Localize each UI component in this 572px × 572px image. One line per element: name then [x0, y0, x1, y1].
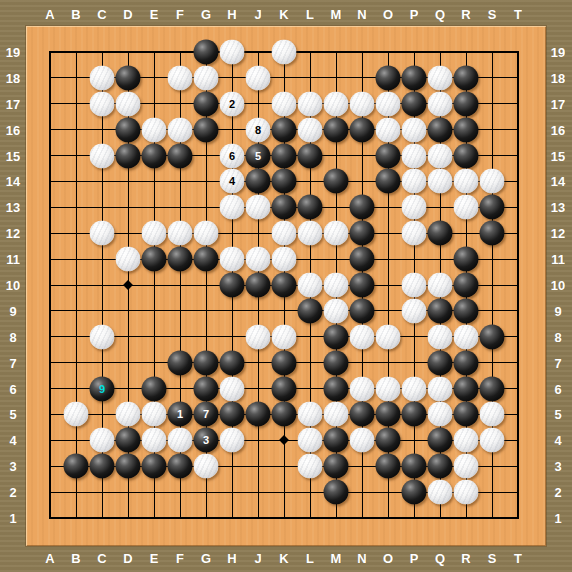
stone-black-O3[interactable]: [376, 454, 401, 479]
stone-white-Q6[interactable]: [428, 376, 453, 401]
move-number-3: 3: [203, 435, 209, 446]
stone-white-Q14[interactable]: [428, 169, 453, 194]
board-frame: AABBCCDDEEFFGGHHJJKKLLMMNNOOPPQQRRSSTT19…: [0, 0, 572, 572]
stone-white-S5[interactable]: [480, 402, 505, 427]
stone-white-K8[interactable]: [272, 324, 297, 349]
stone-black-F5[interactable]: 1: [168, 402, 193, 427]
coord-label-left-12: 12: [6, 227, 20, 240]
stone-black-O5[interactable]: [376, 402, 401, 427]
coord-label-top-B: B: [71, 8, 80, 21]
stone-black-R9[interactable]: [454, 298, 479, 323]
coord-label-bottom-P: P: [410, 552, 419, 565]
coord-label-bottom-T: T: [514, 552, 522, 565]
stone-white-H19[interactable]: [220, 40, 245, 65]
coord-label-bottom-F: F: [176, 552, 184, 565]
coord-label-right-18: 18: [551, 71, 565, 84]
coord-label-right-2: 2: [554, 486, 561, 499]
stone-white-O16[interactable]: [376, 117, 401, 142]
move-number-1: 1: [177, 409, 183, 420]
coord-label-right-4: 4: [554, 434, 561, 447]
coord-label-bottom-Q: Q: [435, 552, 445, 565]
stone-black-E15[interactable]: [142, 143, 167, 168]
stone-black-R11[interactable]: [454, 247, 479, 272]
coord-label-bottom-B: B: [71, 552, 80, 565]
stone-white-M5[interactable]: [324, 402, 349, 427]
stone-black-E11[interactable]: [142, 247, 167, 272]
stone-white-P12[interactable]: [402, 221, 427, 246]
coord-label-bottom-S: S: [488, 552, 497, 565]
stone-black-G16[interactable]: [194, 117, 219, 142]
stone-white-C15[interactable]: [90, 143, 115, 168]
stone-white-F16[interactable]: [168, 117, 193, 142]
stone-white-C18[interactable]: [90, 65, 115, 90]
stone-black-G7[interactable]: [194, 350, 219, 375]
stone-white-Q15[interactable]: [428, 143, 453, 168]
stone-white-L16[interactable]: [298, 117, 323, 142]
move-number-7: 7: [203, 409, 209, 420]
stone-white-R4[interactable]: [454, 428, 479, 453]
stone-black-R6[interactable]: [454, 376, 479, 401]
coord-label-bottom-K: K: [279, 552, 288, 565]
stone-white-L12[interactable]: [298, 221, 323, 246]
stone-white-L5[interactable]: [298, 402, 323, 427]
stone-black-P17[interactable]: [402, 91, 427, 116]
stone-white-B5[interactable]: [64, 402, 89, 427]
coord-label-right-8: 8: [554, 330, 561, 343]
stone-black-N16[interactable]: [350, 117, 375, 142]
coord-label-left-15: 15: [6, 149, 20, 162]
stone-white-N17[interactable]: [350, 91, 375, 116]
stone-black-O18[interactable]: [376, 65, 401, 90]
coord-label-top-G: G: [201, 8, 211, 21]
stone-white-M12[interactable]: [324, 221, 349, 246]
stone-black-N12[interactable]: [350, 221, 375, 246]
coord-label-right-1: 1: [554, 512, 561, 525]
coord-label-top-N: N: [357, 8, 366, 21]
coord-label-bottom-N: N: [357, 552, 366, 565]
stone-black-N5[interactable]: [350, 402, 375, 427]
coord-label-right-15: 15: [551, 149, 565, 162]
stone-white-M10[interactable]: [324, 273, 349, 298]
stone-white-G12[interactable]: [194, 221, 219, 246]
coord-label-bottom-D: D: [123, 552, 132, 565]
stone-black-S12[interactable]: [480, 221, 505, 246]
coord-label-top-S: S: [488, 8, 497, 21]
stone-black-G11[interactable]: [194, 247, 219, 272]
stone-black-Q16[interactable]: [428, 117, 453, 142]
stone-black-Q12[interactable]: [428, 221, 453, 246]
coord-label-left-19: 19: [6, 46, 20, 59]
stone-white-M9[interactable]: [324, 298, 349, 323]
coord-label-left-4: 4: [9, 434, 16, 447]
coord-label-top-H: H: [227, 8, 236, 21]
grid-hline: [49, 517, 519, 519]
coord-label-top-P: P: [410, 8, 419, 21]
stone-black-P3[interactable]: [402, 454, 427, 479]
stone-black-R15[interactable]: [454, 143, 479, 168]
stone-white-S14[interactable]: [480, 169, 505, 194]
stone-white-C17[interactable]: [90, 91, 115, 116]
stone-white-M17[interactable]: [324, 91, 349, 116]
stone-white-H17[interactable]: 2: [220, 91, 245, 116]
coord-label-left-6: 6: [9, 382, 16, 395]
coord-label-top-E: E: [150, 8, 159, 21]
coord-label-left-3: 3: [9, 460, 16, 473]
coord-label-left-16: 16: [6, 123, 20, 136]
coord-label-bottom-H: H: [227, 552, 236, 565]
stone-white-N6[interactable]: [350, 376, 375, 401]
coord-label-bottom-R: R: [461, 552, 470, 565]
coord-label-right-7: 7: [554, 356, 561, 369]
stone-white-H4[interactable]: [220, 428, 245, 453]
stone-white-H13[interactable]: [220, 195, 245, 220]
coord-label-bottom-E: E: [150, 552, 159, 565]
stone-black-J5[interactable]: [246, 402, 271, 427]
stone-black-E3[interactable]: [142, 454, 167, 479]
stone-black-G6[interactable]: [194, 376, 219, 401]
stone-white-O8[interactable]: [376, 324, 401, 349]
stone-white-P13[interactable]: [402, 195, 427, 220]
stone-black-M8[interactable]: [324, 324, 349, 349]
stone-black-M3[interactable]: [324, 454, 349, 479]
stone-black-R10[interactable]: [454, 273, 479, 298]
stone-black-F3[interactable]: [168, 454, 193, 479]
stone-white-R13[interactable]: [454, 195, 479, 220]
coord-label-left-5: 5: [9, 408, 16, 421]
stone-white-G3[interactable]: [194, 454, 219, 479]
stone-white-Q2[interactable]: [428, 480, 453, 505]
stone-white-P9[interactable]: [402, 298, 427, 323]
stone-black-R18[interactable]: [454, 65, 479, 90]
stone-black-J14[interactable]: [246, 169, 271, 194]
coord-label-bottom-L: L: [306, 552, 314, 565]
stone-white-K17[interactable]: [272, 91, 297, 116]
coord-label-right-5: 5: [554, 408, 561, 421]
stone-white-E5[interactable]: [142, 402, 167, 427]
stone-white-K19[interactable]: [272, 40, 297, 65]
coord-label-right-11: 11: [551, 253, 565, 266]
stone-white-L3[interactable]: [298, 454, 323, 479]
stone-black-R5[interactable]: [454, 402, 479, 427]
stone-white-H6[interactable]: [220, 376, 245, 401]
stone-black-L15[interactable]: [298, 143, 323, 168]
stone-black-C3[interactable]: [90, 454, 115, 479]
coord-label-left-2: 2: [9, 486, 16, 499]
stone-black-M7[interactable]: [324, 350, 349, 375]
stone-black-Q9[interactable]: [428, 298, 453, 323]
stone-white-C12[interactable]: [90, 221, 115, 246]
stone-white-F18[interactable]: [168, 65, 193, 90]
coord-label-left-13: 13: [6, 201, 20, 214]
stone-white-F12[interactable]: [168, 221, 193, 246]
stone-black-F15[interactable]: [168, 143, 193, 168]
stone-black-R17[interactable]: [454, 91, 479, 116]
stone-white-J16[interactable]: 8: [246, 117, 271, 142]
stone-white-P16[interactable]: [402, 117, 427, 142]
coord-label-left-1: 1: [9, 512, 16, 525]
stone-white-Q10[interactable]: [428, 273, 453, 298]
stone-black-K14[interactable]: [272, 169, 297, 194]
move-number-2: 2: [229, 98, 235, 109]
stone-white-Q17[interactable]: [428, 91, 453, 116]
coord-label-top-D: D: [123, 8, 132, 21]
move-number-9: 9: [99, 383, 105, 394]
stone-black-D18[interactable]: [116, 65, 141, 90]
stone-black-E6[interactable]: [142, 376, 167, 401]
coord-label-bottom-A: A: [45, 552, 54, 565]
stone-white-J11[interactable]: [246, 247, 271, 272]
stone-black-M4[interactable]: [324, 428, 349, 453]
stone-white-D5[interactable]: [116, 402, 141, 427]
coord-label-bottom-C: C: [97, 552, 106, 565]
coord-label-right-10: 10: [551, 279, 565, 292]
stone-white-H14[interactable]: 4: [220, 169, 245, 194]
stone-black-O15[interactable]: [376, 143, 401, 168]
stone-white-Q8[interactable]: [428, 324, 453, 349]
stone-black-M6[interactable]: [324, 376, 349, 401]
coord-label-right-13: 13: [551, 201, 565, 214]
stone-white-H11[interactable]: [220, 247, 245, 272]
stone-black-S6[interactable]: [480, 376, 505, 401]
coord-label-bottom-M: M: [331, 552, 342, 565]
stone-black-L9[interactable]: [298, 298, 323, 323]
stone-black-M16[interactable]: [324, 117, 349, 142]
stone-black-H5[interactable]: [220, 402, 245, 427]
stone-white-D17[interactable]: [116, 91, 141, 116]
stone-black-F11[interactable]: [168, 247, 193, 272]
stone-black-H10[interactable]: [220, 273, 245, 298]
stone-black-G19[interactable]: [194, 40, 219, 65]
move-number-5: 5: [255, 150, 261, 161]
coord-label-right-12: 12: [551, 227, 565, 240]
stone-black-N10[interactable]: [350, 273, 375, 298]
coord-label-top-R: R: [461, 8, 470, 21]
stone-white-P15[interactable]: [402, 143, 427, 168]
stone-white-P14[interactable]: [402, 169, 427, 194]
stone-white-N8[interactable]: [350, 324, 375, 349]
coord-label-top-J: J: [254, 8, 261, 21]
stone-white-S4[interactable]: [480, 428, 505, 453]
coord-label-top-C: C: [97, 8, 106, 21]
stone-black-K16[interactable]: [272, 117, 297, 142]
coord-label-left-17: 17: [6, 97, 20, 110]
stone-white-P6[interactable]: [402, 376, 427, 401]
coord-label-top-T: T: [514, 8, 522, 21]
stone-white-R2[interactable]: [454, 480, 479, 505]
stone-white-K12[interactable]: [272, 221, 297, 246]
stone-white-R14[interactable]: [454, 169, 479, 194]
coord-label-right-16: 16: [551, 123, 565, 136]
stone-black-Q7[interactable]: [428, 350, 453, 375]
stone-white-O6[interactable]: [376, 376, 401, 401]
stone-black-P2[interactable]: [402, 480, 427, 505]
coord-label-top-M: M: [331, 8, 342, 21]
stone-black-K13[interactable]: [272, 195, 297, 220]
move-number-4: 4: [229, 176, 235, 187]
stone-white-O17[interactable]: [376, 91, 401, 116]
stone-white-E12[interactable]: [142, 221, 167, 246]
stone-black-P18[interactable]: [402, 65, 427, 90]
stone-black-K10[interactable]: [272, 273, 297, 298]
stone-white-L10[interactable]: [298, 273, 323, 298]
stone-white-R3[interactable]: [454, 454, 479, 479]
coord-label-right-19: 19: [551, 46, 565, 59]
stone-white-Q5[interactable]: [428, 402, 453, 427]
stone-white-J13[interactable]: [246, 195, 271, 220]
stone-white-L4[interactable]: [298, 428, 323, 453]
coord-label-bottom-J: J: [254, 552, 261, 565]
stone-white-J8[interactable]: [246, 324, 271, 349]
stone-black-O4[interactable]: [376, 428, 401, 453]
coord-label-left-9: 9: [9, 304, 16, 317]
stone-black-D3[interactable]: [116, 454, 141, 479]
stone-white-R8[interactable]: [454, 324, 479, 349]
stone-white-N4[interactable]: [350, 428, 375, 453]
stone-black-Q3[interactable]: [428, 454, 453, 479]
stone-white-L17[interactable]: [298, 91, 323, 116]
move-number-8: 8: [255, 124, 261, 135]
stone-black-N13[interactable]: [350, 195, 375, 220]
coord-label-left-10: 10: [6, 279, 20, 292]
stone-black-G4[interactable]: 3: [194, 428, 219, 453]
coord-label-top-A: A: [45, 8, 54, 21]
coord-label-left-18: 18: [6, 71, 20, 84]
stone-white-C4[interactable]: [90, 428, 115, 453]
coord-label-left-8: 8: [9, 330, 16, 343]
stone-black-N9[interactable]: [350, 298, 375, 323]
coord-label-right-9: 9: [554, 304, 561, 317]
stone-black-N11[interactable]: [350, 247, 375, 272]
stone-black-L13[interactable]: [298, 195, 323, 220]
stone-white-J18[interactable]: [246, 65, 271, 90]
stone-black-C6[interactable]: 9: [90, 376, 115, 401]
stone-white-F4[interactable]: [168, 428, 193, 453]
stone-black-B3[interactable]: [64, 454, 89, 479]
stone-black-P5[interactable]: [402, 402, 427, 427]
stone-white-D11[interactable]: [116, 247, 141, 272]
coord-label-top-Q: Q: [435, 8, 445, 21]
stone-black-J15[interactable]: 5: [246, 143, 271, 168]
stone-black-S8[interactable]: [480, 324, 505, 349]
stone-black-Q4[interactable]: [428, 428, 453, 453]
stone-black-R16[interactable]: [454, 117, 479, 142]
coord-label-top-F: F: [176, 8, 184, 21]
stone-black-D4[interactable]: [116, 428, 141, 453]
stone-black-K5[interactable]: [272, 402, 297, 427]
coord-label-left-14: 14: [6, 175, 20, 188]
stone-black-H7[interactable]: [220, 350, 245, 375]
coord-label-left-11: 11: [6, 253, 20, 266]
coord-label-bottom-G: G: [201, 552, 211, 565]
coord-label-bottom-O: O: [383, 552, 393, 565]
stone-black-R7[interactable]: [454, 350, 479, 375]
grid-vline: [517, 51, 519, 519]
move-number-6: 6: [229, 150, 235, 161]
stone-black-K7[interactable]: [272, 350, 297, 375]
coord-label-left-7: 7: [9, 356, 16, 369]
stone-black-S13[interactable]: [480, 195, 505, 220]
stone-black-O14[interactable]: [376, 169, 401, 194]
coord-label-top-O: O: [383, 8, 393, 21]
stone-white-G18[interactable]: [194, 65, 219, 90]
coord-label-top-L: L: [306, 8, 314, 21]
stone-black-J10[interactable]: [246, 273, 271, 298]
stone-white-E4[interactable]: [142, 428, 167, 453]
coord-label-right-6: 6: [554, 382, 561, 395]
stone-black-D15[interactable]: [116, 143, 141, 168]
stone-black-G17[interactable]: [194, 91, 219, 116]
stone-black-G5[interactable]: 7: [194, 402, 219, 427]
coord-label-right-17: 17: [551, 97, 565, 110]
stone-white-P10[interactable]: [402, 273, 427, 298]
coord-label-right-3: 3: [554, 460, 561, 473]
stone-white-H15[interactable]: 6: [220, 143, 245, 168]
stone-black-M14[interactable]: [324, 169, 349, 194]
coord-label-right-14: 14: [551, 175, 565, 188]
stone-black-K6[interactable]: [272, 376, 297, 401]
stone-white-K11[interactable]: [272, 247, 297, 272]
stone-white-E16[interactable]: [142, 117, 167, 142]
stone-black-D16[interactable]: [116, 117, 141, 142]
stone-black-K15[interactable]: [272, 143, 297, 168]
stone-white-Q18[interactable]: [428, 65, 453, 90]
coord-label-top-K: K: [279, 8, 288, 21]
stone-black-F7[interactable]: [168, 350, 193, 375]
stone-white-C8[interactable]: [90, 324, 115, 349]
stone-black-M2[interactable]: [324, 480, 349, 505]
